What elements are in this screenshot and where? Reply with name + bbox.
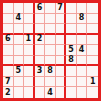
cell-r3c7[interactable]	[66, 24, 77, 35]
given-digit: 4	[16, 14, 22, 22]
cell-r4c5[interactable]	[45, 35, 56, 46]
given-digit: 5	[68, 45, 74, 53]
cell-r6c7[interactable]: 8	[66, 56, 77, 67]
cell-r6c1[interactable]	[3, 56, 14, 67]
sudoku-board: 67486125485387124	[0, 0, 101, 101]
cell-r4c3[interactable]: 1	[24, 35, 35, 46]
given-digit: 4	[79, 45, 85, 53]
given-digit: 2	[5, 88, 11, 96]
cell-r2c6[interactable]	[56, 14, 67, 25]
cell-r8c6[interactable]	[56, 77, 67, 88]
cell-r4c9[interactable]	[87, 35, 98, 46]
cell-r2c7[interactable]	[66, 14, 77, 25]
cell-r4c1[interactable]: 6	[3, 35, 14, 46]
cell-r8c1[interactable]: 7	[3, 77, 14, 88]
cell-r2c8[interactable]: 8	[77, 14, 88, 25]
cell-r1c1[interactable]	[3, 3, 14, 14]
cell-r5c9[interactable]	[87, 45, 98, 56]
cell-r1c5[interactable]	[45, 3, 56, 14]
given-digit: 7	[5, 77, 11, 85]
cell-r2c3[interactable]	[24, 14, 35, 25]
cell-r1c3[interactable]	[24, 3, 35, 14]
cell-r3c9[interactable]	[87, 24, 98, 35]
cell-r7c4[interactable]: 3	[35, 66, 46, 77]
given-digit: 8	[47, 67, 53, 75]
cell-r9c4[interactable]	[35, 87, 46, 98]
cell-r8c8[interactable]	[77, 77, 88, 88]
cell-r2c1[interactable]	[3, 14, 14, 25]
cell-r2c4[interactable]	[35, 14, 46, 25]
cell-r8c5[interactable]	[45, 77, 56, 88]
cell-r5c2[interactable]	[14, 45, 25, 56]
cell-r9c7[interactable]	[66, 87, 77, 98]
cell-r3c6[interactable]	[56, 24, 67, 35]
cell-r8c7[interactable]	[66, 77, 77, 88]
given-digit: 4	[47, 88, 53, 96]
given-digit: 6	[5, 35, 11, 43]
cell-r8c4[interactable]	[35, 77, 46, 88]
given-digit: 5	[16, 67, 22, 75]
given-digit: 2	[37, 35, 43, 43]
given-digit: 8	[68, 56, 74, 64]
cell-r1c4[interactable]: 6	[35, 3, 46, 14]
cell-r3c2[interactable]	[14, 24, 25, 35]
cell-r6c6[interactable]	[56, 56, 67, 67]
given-digit: 6	[37, 3, 43, 11]
cell-r9c8[interactable]	[77, 87, 88, 98]
cell-r1c9[interactable]	[87, 3, 98, 14]
cell-r7c3[interactable]	[24, 66, 35, 77]
cell-r8c2[interactable]	[14, 77, 25, 88]
cell-r9c9[interactable]	[87, 87, 98, 98]
given-digit: 1	[90, 77, 96, 85]
given-digit: 3	[37, 67, 43, 75]
cell-r5c5[interactable]	[45, 45, 56, 56]
given-digit: 7	[57, 3, 63, 11]
cell-r7c5[interactable]: 8	[45, 66, 56, 77]
cell-r3c8[interactable]	[77, 24, 88, 35]
cell-r7c6[interactable]	[56, 66, 67, 77]
cell-r9c6[interactable]	[56, 87, 67, 98]
cell-r9c5[interactable]: 4	[45, 87, 56, 98]
given-digit: 1	[26, 35, 32, 43]
cell-r5c3[interactable]	[24, 45, 35, 56]
cell-r8c3[interactable]	[24, 77, 35, 88]
cell-r2c2[interactable]: 4	[14, 14, 25, 25]
cell-r1c7[interactable]	[66, 3, 77, 14]
cell-r3c5[interactable]	[45, 24, 56, 35]
cell-r4c6[interactable]	[56, 35, 67, 46]
cell-r6c9[interactable]	[87, 56, 98, 67]
cell-r7c8[interactable]	[77, 66, 88, 77]
given-digit: 8	[79, 14, 85, 22]
cell-r4c2[interactable]	[14, 35, 25, 46]
cell-r9c3[interactable]	[24, 87, 35, 98]
cell-r5c1[interactable]	[3, 45, 14, 56]
cell-r5c4[interactable]	[35, 45, 46, 56]
cell-r7c2[interactable]: 5	[14, 66, 25, 77]
cell-r8c9[interactable]: 1	[87, 77, 98, 88]
cell-r1c6[interactable]: 7	[56, 3, 67, 14]
cell-r4c4[interactable]: 2	[35, 35, 46, 46]
cell-r2c5[interactable]	[45, 14, 56, 25]
cell-r6c8[interactable]	[77, 56, 88, 67]
cell-r5c8[interactable]: 4	[77, 45, 88, 56]
cell-r9c1[interactable]: 2	[3, 87, 14, 98]
cell-r9c2[interactable]	[14, 87, 25, 98]
cell-r5c6[interactable]	[56, 45, 67, 56]
cell-r7c7[interactable]	[66, 66, 77, 77]
cell-r6c3[interactable]	[24, 56, 35, 67]
cell-r2c9[interactable]	[87, 14, 98, 25]
